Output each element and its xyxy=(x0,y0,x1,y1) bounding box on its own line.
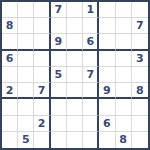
cell-r3c2[interactable] xyxy=(18,34,34,50)
cell-r7c1[interactable] xyxy=(2,99,18,115)
cell-r5c7[interactable] xyxy=(99,67,115,83)
cell-r9c9[interactable] xyxy=(132,132,148,148)
cell-r1c1[interactable] xyxy=(2,2,18,18)
cell-r8c9[interactable] xyxy=(132,116,148,132)
cell-r2c5[interactable] xyxy=(67,18,83,34)
cell-r6c8[interactable] xyxy=(116,83,132,99)
cell-r2c6[interactable] xyxy=(83,18,99,34)
cell-r5c4[interactable]: 5 xyxy=(51,67,67,83)
cell-r8c7[interactable]: 6 xyxy=(99,116,115,132)
cell-r5c6[interactable]: 7 xyxy=(83,67,99,83)
cell-r9c7[interactable] xyxy=(99,132,115,148)
cell-r6c2[interactable] xyxy=(18,83,34,99)
cell-r8c8[interactable] xyxy=(116,116,132,132)
cell-r1c4[interactable]: 7 xyxy=(51,2,67,18)
cell-r4c8[interactable] xyxy=(116,51,132,67)
cell-r6c4[interactable] xyxy=(51,83,67,99)
cell-r9c3[interactable] xyxy=(34,132,50,148)
cell-r9c4[interactable] xyxy=(51,132,67,148)
cell-r9c1[interactable] xyxy=(2,132,18,148)
cell-r4c4[interactable] xyxy=(51,51,67,67)
cell-r2c3[interactable] xyxy=(34,18,50,34)
cell-r4c3[interactable] xyxy=(34,51,50,67)
cell-r1c9[interactable] xyxy=(132,2,148,18)
cell-r1c3[interactable] xyxy=(34,2,50,18)
cell-r2c7[interactable] xyxy=(99,18,115,34)
cell-r7c2[interactable] xyxy=(18,99,34,115)
cell-r7c3[interactable] xyxy=(34,99,50,115)
cell-r1c6[interactable]: 1 xyxy=(83,2,99,18)
cell-r9c6[interactable] xyxy=(83,132,99,148)
cell-r2c8[interactable] xyxy=(116,18,132,34)
cell-r5c8[interactable] xyxy=(116,67,132,83)
cell-r3c8[interactable] xyxy=(116,34,132,50)
cell-r4c5[interactable] xyxy=(67,51,83,67)
cell-r4c6[interactable] xyxy=(83,51,99,67)
cell-r8c5[interactable] xyxy=(67,116,83,132)
sudoku-page: 718796635727982658 xyxy=(0,0,150,150)
cell-r9c5[interactable] xyxy=(67,132,83,148)
cell-r5c2[interactable] xyxy=(18,67,34,83)
cell-r5c3[interactable] xyxy=(34,67,50,83)
cell-r7c6[interactable] xyxy=(83,99,99,115)
cell-r9c8[interactable]: 8 xyxy=(116,132,132,148)
cell-r8c2[interactable] xyxy=(18,116,34,132)
cell-r6c1[interactable]: 2 xyxy=(2,83,18,99)
cell-r3c9[interactable] xyxy=(132,34,148,50)
cell-r5c1[interactable] xyxy=(2,67,18,83)
cell-r1c5[interactable] xyxy=(67,2,83,18)
cell-r8c4[interactable] xyxy=(51,116,67,132)
cell-r3c1[interactable] xyxy=(2,34,18,50)
cell-r5c9[interactable] xyxy=(132,67,148,83)
cell-r7c9[interactable] xyxy=(132,99,148,115)
cell-r6c6[interactable] xyxy=(83,83,99,99)
cell-r3c3[interactable] xyxy=(34,34,50,50)
cell-r4c9[interactable]: 3 xyxy=(132,51,148,67)
cell-r5c5[interactable] xyxy=(67,67,83,83)
cell-r4c7[interactable] xyxy=(99,51,115,67)
cell-r7c8[interactable] xyxy=(116,99,132,115)
cell-r3c6[interactable]: 6 xyxy=(83,34,99,50)
cell-r8c1[interactable] xyxy=(2,116,18,132)
cell-r2c1[interactable]: 8 xyxy=(2,18,18,34)
cell-r3c5[interactable] xyxy=(67,34,83,50)
cell-r8c3[interactable]: 2 xyxy=(34,116,50,132)
cell-r6c7[interactable]: 9 xyxy=(99,83,115,99)
cell-r4c2[interactable] xyxy=(18,51,34,67)
cell-r2c4[interactable] xyxy=(51,18,67,34)
cell-r1c7[interactable] xyxy=(99,2,115,18)
cell-r2c2[interactable] xyxy=(18,18,34,34)
cell-r3c4[interactable]: 9 xyxy=(51,34,67,50)
cell-r1c8[interactable] xyxy=(116,2,132,18)
cell-r7c4[interactable] xyxy=(51,99,67,115)
cell-r1c2[interactable] xyxy=(18,2,34,18)
cell-r4c1[interactable]: 6 xyxy=(2,51,18,67)
cell-r7c7[interactable] xyxy=(99,99,115,115)
cell-r6c3[interactable]: 7 xyxy=(34,83,50,99)
sudoku-board: 718796635727982658 xyxy=(0,0,150,150)
cell-r8c6[interactable] xyxy=(83,116,99,132)
cell-r9c2[interactable]: 5 xyxy=(18,132,34,148)
cell-r6c5[interactable] xyxy=(67,83,83,99)
cell-r6c9[interactable]: 8 xyxy=(132,83,148,99)
cell-r3c7[interactable] xyxy=(99,34,115,50)
cell-r2c9[interactable]: 7 xyxy=(132,18,148,34)
cell-r7c5[interactable] xyxy=(67,99,83,115)
